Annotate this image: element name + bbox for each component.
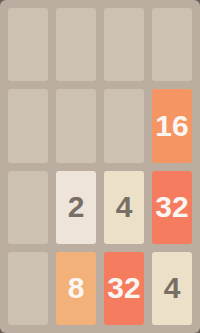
cell-r1c2-empty xyxy=(56,8,96,81)
cell-r2c4-tile-16: 16 xyxy=(152,89,192,162)
cell-r3c3-tile-4: 4 xyxy=(104,171,144,244)
cell-r2c1-empty xyxy=(8,89,48,162)
cell-r3c1-empty xyxy=(8,171,48,244)
cell-r4c1-empty xyxy=(8,252,48,325)
cell-r2c3-empty xyxy=(104,89,144,162)
cell-r1c1-empty xyxy=(8,8,48,81)
cell-r3c2-tile-2: 2 xyxy=(56,171,96,244)
cell-r1c4-empty xyxy=(152,8,192,81)
cell-r3c4-tile-32: 32 xyxy=(152,171,192,244)
2048-board[interactable]: 16 2 4 32 8 32 4 xyxy=(0,0,200,333)
cell-r4c2-tile-8: 8 xyxy=(56,252,96,325)
cell-r4c4-tile-4: 4 xyxy=(152,252,192,325)
cell-r4c3-tile-32: 32 xyxy=(104,252,144,325)
cell-r2c2-empty xyxy=(56,89,96,162)
cell-r1c3-empty xyxy=(104,8,144,81)
